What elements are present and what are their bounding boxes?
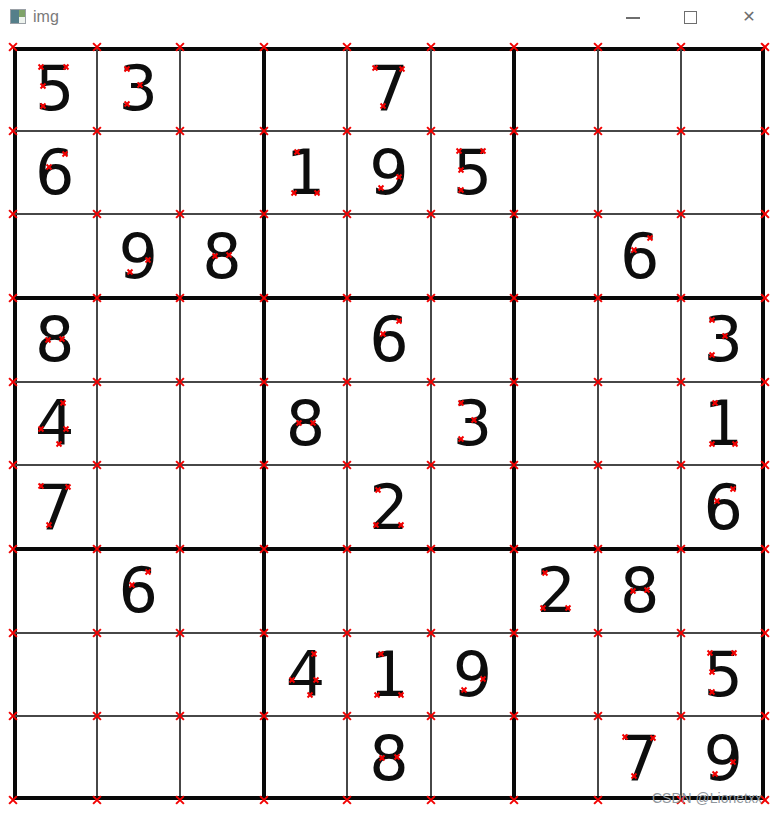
cell-r9c6 (431, 716, 515, 800)
digit-corner-marker (210, 251, 220, 261)
digit-corner-marker (392, 752, 402, 762)
digit-corner-marker (729, 648, 739, 658)
digit-corner-marker (720, 331, 730, 341)
grid-line-vertical (430, 47, 432, 800)
digit-corner-marker (38, 81, 48, 91)
cell-r4c7 (514, 298, 598, 382)
cell-r7c2: 6 (97, 549, 181, 633)
cell-r5c3 (180, 382, 264, 466)
cell-r1c4 (264, 47, 348, 131)
cell-r4c3 (180, 298, 264, 382)
digit-corner-marker (370, 63, 380, 73)
cell-r7c7: 2 (514, 549, 598, 633)
cell-r6c4 (264, 465, 348, 549)
digit-corner-marker (57, 334, 67, 344)
minimize-icon (626, 17, 640, 19)
digit-corner-marker (648, 733, 658, 743)
cell-r1c6 (431, 47, 515, 131)
cell-r8c9: 5 (681, 633, 765, 717)
cell-r3c9 (681, 214, 765, 298)
cell-r3c4 (264, 214, 348, 298)
cell-r7c4 (264, 549, 348, 633)
digit-corner-marker (710, 398, 720, 408)
digit-corner-marker (373, 485, 383, 495)
cell-r8c4: 4 (264, 633, 348, 717)
box-line-vertical (13, 47, 17, 800)
cell-r8c7 (514, 633, 598, 717)
cell-r1c2: 3 (97, 47, 181, 131)
digit-corner-marker (712, 496, 722, 506)
cell-r7c8: 8 (598, 549, 682, 633)
cell-r8c8 (598, 633, 682, 717)
digit-corner-marker (469, 415, 479, 425)
digit-corner-marker (376, 183, 386, 193)
cell-r9c3 (180, 716, 264, 800)
cell-r8c6: 9 (431, 633, 515, 717)
digit-corner-marker (454, 146, 464, 156)
digit-corner-marker (459, 685, 469, 695)
image-viewer-window: img ✕ 537619598686348317266284195879 CSD… (0, 0, 777, 813)
digit-corner-marker (397, 64, 407, 74)
digit-corner-marker (311, 675, 321, 685)
digit-corner-marker (707, 439, 717, 449)
cell-r9c5: 8 (347, 716, 431, 800)
cell-r7c9 (681, 549, 765, 633)
digit-corner-marker (396, 690, 406, 700)
cell-r9c2 (97, 716, 181, 800)
cell-r9c8: 7 (598, 716, 682, 800)
cell-r2c8 (598, 131, 682, 215)
digit-corner-marker (456, 434, 466, 444)
title-bar: img ✕ (0, 0, 777, 36)
cell-r5c6: 3 (431, 382, 515, 466)
digit-corner-marker (629, 245, 639, 255)
digit-corner-marker (143, 567, 153, 577)
grid-line-vertical (680, 47, 682, 800)
digit-corner-marker (728, 484, 738, 494)
cell-r1c3 (180, 47, 264, 131)
digit-corner-marker (628, 586, 638, 596)
cell-r4c5: 6 (347, 298, 431, 382)
cell-r4c4 (264, 298, 348, 382)
digit-corner-marker (143, 255, 153, 265)
cell-r3c5 (347, 214, 431, 298)
digit-corner-marker (127, 580, 137, 590)
digit-corner-marker (376, 649, 386, 659)
digit-corner-marker (707, 667, 717, 677)
cell-r2c7 (514, 131, 598, 215)
cell-r9c4 (264, 716, 348, 800)
cell-r7c3 (180, 549, 264, 633)
sudoku-cells: 537619598686348317266284195879 (13, 47, 765, 800)
digit-corner-marker (456, 398, 466, 408)
box-line-vertical (512, 47, 516, 800)
digit-corner-marker (63, 482, 73, 492)
cell-r9c7 (514, 716, 598, 800)
grid-line-vertical (597, 47, 599, 800)
cell-r5c4: 8 (264, 382, 348, 466)
cell-r8c2 (97, 633, 181, 717)
digit-corner-marker (540, 568, 550, 578)
cell-r4c1: 8 (13, 298, 97, 382)
digit-corner-marker (36, 424, 46, 434)
cell-r5c9: 1 (681, 382, 765, 466)
digit-corner-marker (707, 315, 717, 325)
cell-r9c9: 9 (681, 716, 765, 800)
digit-corner-marker (629, 771, 639, 781)
box-line-horizontal (13, 47, 765, 51)
digit-corner-marker (396, 520, 406, 530)
cell-r9c1 (13, 716, 97, 800)
digit-corner-marker (122, 64, 132, 74)
cell-r8c3 (180, 633, 264, 717)
image-icon (10, 9, 26, 24)
cell-r3c1 (13, 214, 97, 298)
cell-r2c6: 5 (431, 131, 515, 215)
cell-r5c1: 4 (13, 382, 97, 466)
cell-r6c8 (598, 465, 682, 549)
digit-corner-marker (645, 233, 655, 243)
digit-corner-marker (394, 172, 404, 182)
cell-r2c9 (681, 131, 765, 215)
digit-corner-marker (36, 481, 46, 491)
digit-corner-marker (377, 753, 387, 763)
close-icon: ✕ (732, 2, 766, 32)
digit-corner-marker (456, 185, 466, 195)
grid-line-vertical (96, 47, 98, 800)
grid-line-horizontal (13, 632, 765, 634)
digit-corner-marker (36, 62, 46, 72)
digit-corner-marker (620, 732, 630, 742)
cell-r3c3: 8 (180, 214, 264, 298)
maximize-icon (684, 11, 697, 24)
cell-r1c5: 7 (347, 47, 431, 131)
digit-corner-marker (44, 520, 54, 530)
digit-corner-marker (125, 267, 135, 277)
cell-r2c4: 1 (264, 131, 348, 215)
digit-corner-marker (478, 146, 488, 156)
digit-corner-marker (60, 149, 70, 159)
cell-r7c5 (347, 549, 431, 633)
digit-corner-marker (538, 603, 548, 613)
cell-r5c2 (97, 382, 181, 466)
digit-corner-marker (563, 603, 573, 613)
close-button[interactable]: ✕ (732, 2, 766, 32)
grid-line-vertical (179, 47, 181, 800)
cell-r6c7 (514, 465, 598, 549)
digit-corner-marker (371, 520, 381, 530)
digit-corner-marker (456, 165, 466, 175)
box-line-vertical (262, 47, 266, 800)
digit-corner-marker (292, 147, 302, 157)
cell-r7c1 (13, 549, 97, 633)
box-line-horizontal (13, 547, 765, 551)
cell-r6c3 (180, 465, 264, 549)
cell-r1c7 (514, 47, 598, 131)
cell-r2c3 (180, 131, 264, 215)
cell-r3c8: 6 (598, 214, 682, 298)
box-line-vertical (761, 47, 765, 800)
cell-r6c9: 6 (681, 465, 765, 549)
cell-r6c2 (97, 465, 181, 549)
digit-corner-marker (309, 649, 319, 659)
digit-corner-marker (478, 674, 488, 684)
digit-corner-marker (294, 418, 304, 428)
grid-line-vertical (346, 47, 348, 800)
cell-r2c2 (97, 131, 181, 215)
digit-corner-marker (122, 99, 132, 109)
cell-r1c9 (681, 47, 765, 131)
digit-corner-marker (372, 690, 382, 700)
grid-line-horizontal (13, 381, 765, 383)
cell-r5c7 (514, 382, 598, 466)
digit-corner-marker (54, 439, 64, 449)
cell-r7c6 (431, 549, 515, 633)
cell-r8c1 (13, 633, 97, 717)
cell-r4c8 (598, 298, 682, 382)
digit-corner-marker (289, 188, 299, 198)
digit-corner-marker (287, 675, 297, 685)
cell-r1c8 (598, 47, 682, 131)
digit-corner-marker (43, 335, 53, 345)
minimize-button[interactable] (616, 2, 650, 32)
cell-r6c5: 2 (347, 465, 431, 549)
cell-r4c2 (97, 298, 181, 382)
digit-corner-marker (710, 769, 720, 779)
cell-r4c9: 3 (681, 298, 765, 382)
cell-r3c6 (431, 214, 515, 298)
cell-r3c7 (514, 214, 598, 298)
digit-corner-marker (705, 648, 715, 658)
digit-corner-marker (38, 101, 48, 111)
digit-corner-marker (61, 62, 71, 72)
cell-r6c6 (431, 465, 515, 549)
cell-r6c1: 7 (13, 465, 97, 549)
grid-line-horizontal (13, 130, 765, 132)
grid-line-horizontal (13, 715, 765, 717)
digit-corner-marker (394, 316, 404, 326)
digit-corner-marker (642, 585, 652, 595)
digit-corner-marker (135, 80, 145, 90)
digit-corner-marker (58, 398, 68, 408)
digit-corner-marker (707, 687, 717, 697)
digit-corner-marker (707, 350, 717, 360)
cell-r4c6 (431, 298, 515, 382)
grid-line-horizontal (13, 213, 765, 215)
cell-r1c1: 5 (13, 47, 97, 131)
digit-corner-marker (308, 418, 318, 428)
cell-r5c8 (598, 382, 682, 466)
digit-corner-marker (44, 162, 54, 172)
grid-line-horizontal (13, 464, 765, 466)
box-line-horizontal (13, 296, 765, 300)
digit-corner-marker (305, 690, 315, 700)
cell-r5c5 (347, 382, 431, 466)
window-title: img (33, 8, 59, 26)
cell-r8c5: 1 (347, 633, 431, 717)
cell-r2c5: 9 (347, 131, 431, 215)
digit-corner-marker (61, 424, 71, 434)
digit-corner-marker (378, 329, 388, 339)
digit-corner-marker (378, 101, 388, 111)
cell-r2c1: 6 (13, 131, 97, 215)
sudoku-board: 537619598686348317266284195879 (13, 47, 765, 800)
cell-r3c2: 9 (97, 214, 181, 298)
watermark-text: CSDN @Lionetxx (652, 790, 762, 806)
digit-corner-marker (728, 757, 738, 767)
digit-corner-marker (224, 250, 234, 260)
maximize-button[interactable] (673, 2, 707, 32)
digit-corner-marker (730, 439, 740, 449)
digit-corner-marker (312, 188, 322, 198)
